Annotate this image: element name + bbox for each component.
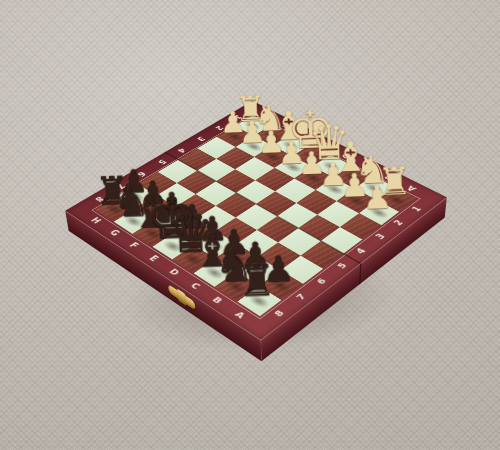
piece-black-rook[interactable]: ♜ — [231, 259, 284, 303]
piece-white-pawn[interactable]: ♟ — [353, 180, 401, 214]
photo-stage: HGFEDCBA1♜♞♝♚♛♝♞♜12♟♟♟♟♟♟♟♟2334455667♟♟♟… — [0, 0, 500, 450]
